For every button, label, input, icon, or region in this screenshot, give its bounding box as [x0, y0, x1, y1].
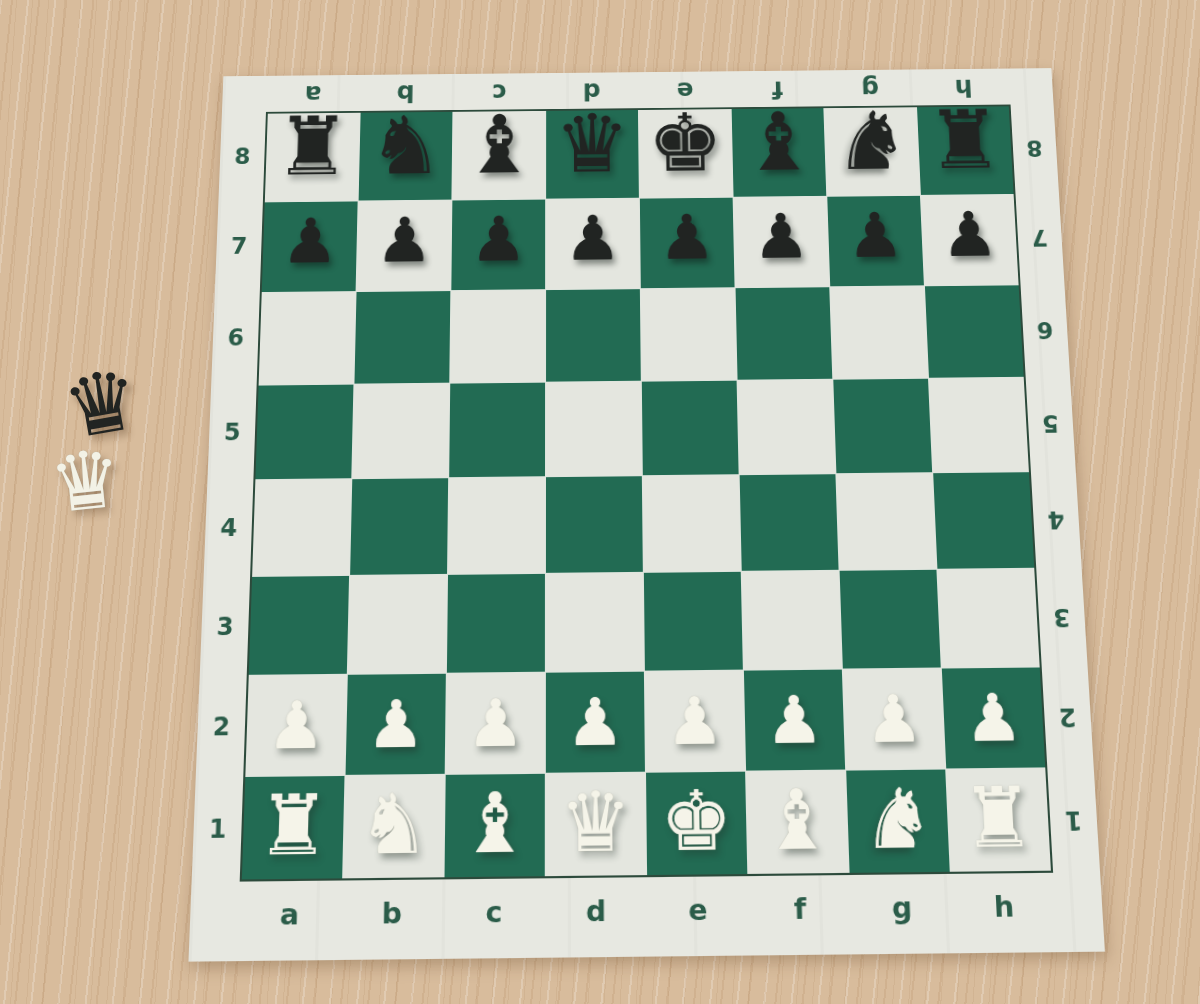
black-pawn-d7[interactable]: ♟ [564, 208, 622, 270]
rank-label-right-1: 1 [1047, 769, 1100, 873]
square-a7[interactable]: ♟ [262, 201, 358, 292]
square-e5[interactable] [642, 381, 739, 476]
square-g1[interactable]: ♞ [846, 770, 950, 873]
square-c8[interactable]: ♝ [452, 111, 545, 200]
square-c4[interactable] [448, 477, 545, 574]
square-b2[interactable]: ♟ [346, 674, 446, 775]
file-label-bottom-a: a [238, 889, 341, 938]
rank-label-right-6: 6 [1021, 284, 1071, 377]
square-g3[interactable] [840, 570, 941, 669]
square-b4[interactable] [350, 478, 448, 575]
square-g4[interactable] [836, 473, 936, 570]
square-a8[interactable]: ♜ [265, 113, 360, 202]
square-c1[interactable]: ♝ [445, 774, 545, 877]
black-king-e8[interactable]: ♚ [647, 102, 724, 183]
file-label-bottom-e: e [647, 885, 750, 934]
white-king-e1[interactable]: ♚ [660, 780, 734, 864]
black-pawn-h7[interactable]: ♟ [939, 204, 999, 266]
square-h6[interactable] [925, 285, 1024, 377]
square-e1[interactable]: ♚ [646, 772, 747, 875]
black-pawn-e7[interactable]: ♟ [658, 207, 716, 269]
square-d2[interactable]: ♟ [546, 672, 645, 773]
square-f1[interactable]: ♝ [746, 771, 848, 874]
square-f5[interactable] [738, 380, 836, 475]
square-d8[interactable]: ♛ [546, 110, 639, 199]
square-a3[interactable] [249, 576, 349, 675]
black-pawn-a7[interactable]: ♟ [280, 211, 339, 273]
rank-label-right-2: 2 [1042, 667, 1094, 769]
square-d6[interactable] [546, 289, 641, 382]
square-g7[interactable]: ♟ [827, 196, 924, 286]
white-pawn-d2[interactable]: ♟ [566, 689, 624, 755]
square-a4[interactable] [252, 479, 351, 576]
file-label-bottom-h: h [952, 881, 1056, 930]
table-surface: abcdefgh 87654321 87654321 abcdefgh ♜♞♝♛… [0, 0, 1200, 1004]
black-queen-d8[interactable]: ♛ [554, 103, 630, 184]
black-bishop-f8[interactable]: ♝ [740, 102, 818, 183]
black-rook-a8[interactable]: ♜ [274, 106, 352, 187]
file-label-bottom-g: g [850, 883, 954, 932]
square-f8[interactable]: ♝ [732, 108, 827, 197]
rank-label-left-2: 2 [196, 676, 247, 778]
square-e7[interactable]: ♟ [640, 198, 735, 289]
white-pawn-h2[interactable]: ♟ [963, 685, 1024, 751]
square-a1[interactable]: ♜ [242, 776, 345, 879]
square-h4[interactable] [933, 472, 1034, 569]
square-f4[interactable] [740, 474, 839, 571]
square-d5[interactable] [546, 382, 642, 477]
file-label-bottom-b: b [340, 888, 443, 937]
white-pawn-c2[interactable]: ♟ [466, 690, 524, 756]
square-f7[interactable]: ♟ [734, 197, 830, 287]
rank-label-left-1: 1 [192, 778, 244, 882]
rank-label-right-7: 7 [1015, 193, 1064, 284]
square-f3[interactable] [742, 571, 842, 670]
square-g8[interactable]: ♞ [824, 107, 920, 196]
chess-mat: abcdefgh 87654321 87654321 abcdefgh ♜♞♝♛… [188, 68, 1104, 962]
white-rook-a1[interactable]: ♜ [256, 784, 331, 868]
square-d3[interactable] [546, 573, 644, 672]
square-h1[interactable]: ♜ [946, 768, 1051, 871]
square-b3[interactable] [348, 575, 447, 674]
square-c7[interactable]: ♟ [451, 200, 545, 291]
rank-label-left-3: 3 [200, 577, 250, 677]
square-h7[interactable]: ♟ [921, 195, 1019, 285]
square-e2[interactable]: ♟ [645, 671, 745, 772]
square-a2[interactable]: ♟ [245, 675, 346, 776]
rank-label-left-8: 8 [218, 112, 266, 201]
rank-label-right-8: 8 [1011, 104, 1059, 193]
rank-label-left-6: 6 [211, 292, 260, 385]
rank-label-right-4: 4 [1031, 471, 1082, 568]
square-h8[interactable]: ♜ [917, 106, 1014, 195]
black-pawn-c7[interactable]: ♟ [470, 209, 528, 271]
black-pawn-g7[interactable]: ♟ [845, 205, 905, 267]
square-b8[interactable]: ♞ [359, 112, 453, 201]
square-d4[interactable] [546, 476, 643, 573]
square-h3[interactable] [937, 569, 1039, 668]
file-labels-bottom: abcdefgh [238, 881, 1057, 938]
square-c5[interactable] [449, 383, 545, 478]
square-a6[interactable] [259, 292, 356, 385]
white-pawn-f2[interactable]: ♟ [764, 687, 824, 753]
file-label-bottom-c: c [443, 887, 545, 936]
rank-label-left-7: 7 [215, 201, 263, 292]
square-b6[interactable] [354, 291, 450, 384]
black-knight-b8[interactable]: ♞ [367, 105, 444, 186]
square-b1[interactable]: ♞ [343, 775, 444, 878]
white-knight-b1[interactable]: ♞ [357, 783, 431, 867]
square-a5[interactable] [255, 385, 353, 480]
square-b7[interactable]: ♟ [357, 201, 452, 292]
white-pawn-b2[interactable]: ♟ [366, 691, 425, 757]
square-f2[interactable]: ♟ [744, 670, 845, 771]
rank-label-right-3: 3 [1036, 568, 1087, 668]
rank-label-left-4: 4 [204, 480, 254, 578]
white-pawn-a2[interactable]: ♟ [266, 692, 326, 758]
file-label-bottom-f: f [748, 884, 851, 933]
white-knight-g1[interactable]: ♞ [860, 778, 936, 862]
black-pawn-f7[interactable]: ♟ [752, 206, 811, 268]
square-g2[interactable]: ♟ [843, 669, 945, 770]
square-d7[interactable]: ♟ [546, 199, 640, 290]
black-knight-g8[interactable]: ♞ [832, 101, 911, 182]
board-squares: ♜♞♝♛♚♝♞♜♟♟♟♟♟♟♟♟♟♟♟♟♟♟♟♟♜♞♝♛♚♝♞♜ [240, 105, 1053, 882]
white-bishop-f1[interactable]: ♝ [760, 779, 835, 863]
square-c2[interactable]: ♟ [446, 673, 545, 774]
spare-white-queen-piece[interactable]: ♛ [46, 438, 126, 525]
square-e8[interactable]: ♚ [639, 109, 733, 198]
white-bishop-c1[interactable]: ♝ [458, 782, 531, 866]
square-d1[interactable]: ♛ [546, 773, 646, 876]
square-h2[interactable]: ♟ [942, 667, 1045, 768]
white-rook-h1[interactable]: ♜ [960, 776, 1037, 860]
black-pawn-b7[interactable]: ♟ [375, 210, 434, 272]
black-rook-h8[interactable]: ♜ [925, 100, 1005, 181]
square-e6[interactable] [641, 288, 737, 380]
square-b5[interactable] [352, 384, 449, 479]
white-queen-d1[interactable]: ♛ [559, 781, 632, 865]
black-bishop-c8[interactable]: ♝ [461, 104, 537, 185]
square-f6[interactable] [736, 287, 833, 379]
square-g6[interactable] [830, 286, 928, 378]
square-e3[interactable] [644, 572, 743, 671]
square-c3[interactable] [447, 574, 545, 673]
rank-label-right-5: 5 [1026, 376, 1076, 471]
white-pawn-e2[interactable]: ♟ [665, 688, 724, 754]
white-pawn-g2[interactable]: ♟ [864, 686, 924, 752]
square-h5[interactable] [929, 378, 1029, 472]
file-label-bottom-d: d [545, 886, 647, 935]
rank-label-left-5: 5 [207, 385, 256, 480]
square-e4[interactable] [643, 475, 741, 572]
square-g5[interactable] [833, 379, 932, 473]
square-c6[interactable] [450, 290, 545, 383]
